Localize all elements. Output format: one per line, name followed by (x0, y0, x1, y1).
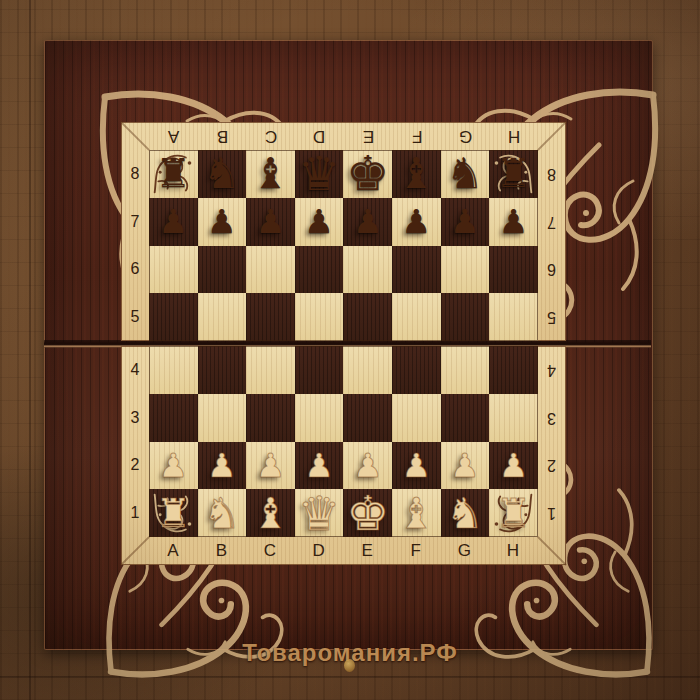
white-pawn-h2[interactable]: ♟ (499, 442, 529, 489)
black-king-e8[interactable]: ♚ (346, 150, 389, 197)
board-top-half: ABCDEFGH8♜♞♝♛♚♝♞♜87♟♟♟♟♟♟♟♟76655 (121, 122, 566, 341)
rank-label-left-4-text: 4 (131, 361, 140, 379)
square-g6[interactable] (441, 246, 490, 294)
board-bottom-half: 44332♟♟♟♟♟♟♟♟21♜♞♝♛♚♝♞♜1ABCDEFGH (121, 346, 566, 565)
rank-label-left-1-text: 1 (131, 504, 140, 522)
square-e5[interactable] (343, 293, 392, 341)
square-g2[interactable]: ♟ (441, 442, 490, 490)
rank-label-left-1: 1 (121, 489, 149, 537)
file-label-top-a-text: A (167, 126, 179, 146)
file-label-bottom-f: F (392, 537, 441, 565)
square-a1[interactable]: ♜ (149, 489, 198, 537)
square-f1[interactable]: ♝ (392, 489, 441, 537)
square-a2[interactable]: ♟ (149, 442, 198, 490)
file-label-top-a: A (149, 122, 198, 150)
square-h7[interactable]: ♟ (489, 198, 538, 246)
rank-label-right-8-text: 8 (547, 165, 556, 183)
table-plank-seam (0, 676, 700, 678)
file-label-bottom-a: A (149, 537, 198, 565)
watermark-emblem-icon (344, 659, 355, 672)
file-label-top-g-text: G (458, 126, 472, 146)
rank-label-left-7-text: 7 (131, 213, 140, 231)
square-a3[interactable] (149, 394, 198, 442)
rank-label-right-6-text: 6 (547, 260, 556, 278)
square-c1[interactable]: ♝ (246, 489, 295, 537)
rank-label-right-4: 4 (538, 346, 566, 394)
square-g1[interactable]: ♞ (441, 489, 490, 537)
square-c2[interactable]: ♟ (246, 442, 295, 490)
file-label-bottom-b: B (198, 537, 247, 565)
white-bishop-c1[interactable]: ♝ (252, 490, 290, 537)
square-a5[interactable] (149, 293, 198, 341)
file-label-top-d-text: D (312, 126, 325, 146)
file-label-top-b-text: B (216, 126, 228, 146)
file-label-top-f-text: F (411, 126, 422, 146)
rank-label-right-7: 7 (538, 198, 566, 246)
file-label-bottom-h-text: H (507, 541, 520, 561)
file-label-bottom-f-text: F (411, 541, 422, 561)
black-pawn-e7[interactable]: ♟ (353, 198, 383, 245)
rank-label-left-8-text: 8 (131, 165, 140, 183)
black-pawn-d7[interactable]: ♟ (304, 198, 334, 245)
rank-label-right-4-text: 4 (547, 361, 556, 379)
square-b3[interactable] (198, 394, 247, 442)
square-c8[interactable]: ♝ (246, 150, 295, 198)
square-d8[interactable]: ♛ (295, 150, 344, 198)
square-e4[interactable] (343, 346, 392, 394)
square-a7[interactable]: ♟ (149, 198, 198, 246)
square-b8[interactable]: ♞ (198, 150, 247, 198)
square-h5[interactable] (489, 293, 538, 341)
rank-label-left-3: 3 (121, 394, 149, 442)
square-g8[interactable]: ♞ (441, 150, 490, 198)
white-bishop-f1[interactable]: ♝ (397, 490, 435, 537)
square-b7[interactable]: ♟ (198, 198, 247, 246)
square-f3[interactable] (392, 394, 441, 442)
square-e3[interactable] (343, 394, 392, 442)
square-h1[interactable]: ♜ (489, 489, 538, 537)
square-a6[interactable] (149, 246, 198, 294)
square-d2[interactable]: ♟ (295, 442, 344, 490)
square-a8[interactable]: ♜ (149, 150, 198, 198)
square-c4[interactable] (246, 346, 295, 394)
white-pawn-b2[interactable]: ♟ (207, 442, 237, 489)
square-d3[interactable] (295, 394, 344, 442)
square-g5[interactable] (441, 293, 490, 341)
file-label-top-h: H (489, 122, 538, 150)
file-label-bottom-a-text: A (167, 541, 179, 561)
file-label-bottom-d-text: D (312, 541, 325, 561)
square-b1[interactable]: ♞ (198, 489, 247, 537)
rank-label-left-5-text: 5 (131, 308, 140, 326)
black-bishop-f8[interactable]: ♝ (397, 150, 435, 197)
square-g3[interactable] (441, 394, 490, 442)
black-pawn-b7[interactable]: ♟ (207, 198, 237, 245)
square-d4[interactable] (295, 346, 344, 394)
white-pawn-g2[interactable]: ♟ (450, 442, 480, 489)
rank-label-right-8: 8 (538, 150, 566, 198)
black-pawn-a7[interactable]: ♟ (159, 198, 189, 245)
white-knight-b1[interactable]: ♞ (203, 490, 241, 537)
square-h3[interactable] (489, 394, 538, 442)
rank-label-right-5: 5 (538, 293, 566, 341)
square-e2[interactable]: ♟ (343, 442, 392, 490)
file-label-bottom-g-text: G (458, 541, 472, 561)
black-rook-h8[interactable]: ♜ (496, 150, 532, 197)
file-label-top-h-text: H (507, 126, 520, 146)
rank-label-left-2-text: 2 (131, 456, 140, 474)
white-king-e1[interactable]: ♚ (346, 490, 389, 537)
square-e7[interactable]: ♟ (343, 198, 392, 246)
white-pawn-a2[interactable]: ♟ (159, 442, 189, 489)
square-f2[interactable]: ♟ (392, 442, 441, 490)
square-d5[interactable] (295, 293, 344, 341)
black-pawn-f7[interactable]: ♟ (401, 198, 431, 245)
white-pawn-e2[interactable]: ♟ (353, 442, 383, 489)
rank-label-left-6-text: 6 (131, 260, 140, 278)
square-b2[interactable]: ♟ (198, 442, 247, 490)
black-knight-g8[interactable]: ♞ (446, 150, 484, 197)
white-pawn-c2[interactable]: ♟ (256, 442, 286, 489)
rank-label-right-1: 1 (538, 489, 566, 537)
rank-label-left-3-text: 3 (131, 409, 140, 427)
rank-label-right-2-text: 2 (547, 456, 556, 474)
square-h4[interactable] (489, 346, 538, 394)
black-pawn-g7[interactable]: ♟ (450, 198, 480, 245)
square-c7[interactable]: ♟ (246, 198, 295, 246)
photo-scene: ABCDEFGH8♜♞♝♛♚♝♞♜87♟♟♟♟♟♟♟♟76655 44332♟♟… (0, 0, 700, 700)
square-c3[interactable] (246, 394, 295, 442)
file-label-bottom-h: H (489, 537, 538, 565)
file-label-bottom-e-text: E (362, 541, 374, 561)
rank-label-left-2: 2 (121, 442, 149, 490)
square-h6[interactable] (489, 246, 538, 294)
rank-label-right-1-text: 1 (547, 504, 556, 522)
rank-label-right-7-text: 7 (547, 213, 556, 231)
square-g7[interactable]: ♟ (441, 198, 490, 246)
file-label-bottom-d: D (295, 537, 344, 565)
black-queen-d8[interactable]: ♛ (298, 150, 340, 197)
square-e1[interactable]: ♚ (343, 489, 392, 537)
square-c6[interactable] (246, 246, 295, 294)
rank-label-right-2: 2 (538, 442, 566, 490)
square-f8[interactable]: ♝ (392, 150, 441, 198)
rank-label-left-5: 5 (121, 293, 149, 341)
file-label-top-c: C (246, 122, 295, 150)
square-a4[interactable] (149, 346, 198, 394)
black-bishop-c8[interactable]: ♝ (252, 150, 290, 197)
square-f5[interactable] (392, 293, 441, 341)
rank-label-left-4: 4 (121, 346, 149, 394)
square-g4[interactable] (441, 346, 490, 394)
rank-label-right-5-text: 5 (547, 308, 556, 326)
square-c5[interactable] (246, 293, 295, 341)
rank-label-right-3: 3 (538, 394, 566, 442)
file-label-bottom-e: E (343, 537, 392, 565)
square-b6[interactable] (198, 246, 247, 294)
rank-label-right-3-text: 3 (547, 409, 556, 427)
square-e6[interactable] (343, 246, 392, 294)
square-f6[interactable] (392, 246, 441, 294)
black-rook-a8[interactable]: ♜ (155, 150, 191, 197)
square-f4[interactable] (392, 346, 441, 394)
rank-label-right-6: 6 (538, 246, 566, 294)
file-label-bottom-c-text: C (264, 541, 277, 561)
square-d7[interactable]: ♟ (295, 198, 344, 246)
black-pawn-h7[interactable]: ♟ (499, 198, 529, 245)
square-e8[interactable]: ♚ (343, 150, 392, 198)
file-label-bottom-c: C (246, 537, 295, 565)
table-plank-seam (29, 0, 31, 700)
file-label-top-c-text: C (264, 126, 277, 146)
white-knight-g1[interactable]: ♞ (446, 490, 484, 537)
white-queen-d1[interactable]: ♛ (298, 490, 340, 537)
square-d6[interactable] (295, 246, 344, 294)
black-pawn-c7[interactable]: ♟ (256, 198, 286, 245)
black-knight-b8[interactable]: ♞ (203, 150, 241, 197)
rank-label-left-7: 7 (121, 198, 149, 246)
square-b5[interactable] (198, 293, 247, 341)
square-d1[interactable]: ♛ (295, 489, 344, 537)
file-label-top-g: G (441, 122, 490, 150)
file-label-top-b: B (198, 122, 247, 150)
file-label-top-f: F (392, 122, 441, 150)
square-b4[interactable] (198, 346, 247, 394)
rank-label-left-8: 8 (121, 150, 149, 198)
file-label-bottom-b-text: B (216, 541, 228, 561)
rank-label-left-6: 6 (121, 246, 149, 294)
square-f7[interactable]: ♟ (392, 198, 441, 246)
white-pawn-f2[interactable]: ♟ (401, 442, 431, 489)
square-h2[interactable]: ♟ (489, 442, 538, 490)
file-label-top-e-text: E (362, 126, 374, 146)
white-rook-a1[interactable]: ♜ (155, 490, 191, 537)
white-rook-h1[interactable]: ♜ (496, 490, 532, 537)
white-pawn-d2[interactable]: ♟ (304, 442, 334, 489)
file-label-bottom-g: G (441, 537, 490, 565)
square-h8[interactable]: ♜ (489, 150, 538, 198)
